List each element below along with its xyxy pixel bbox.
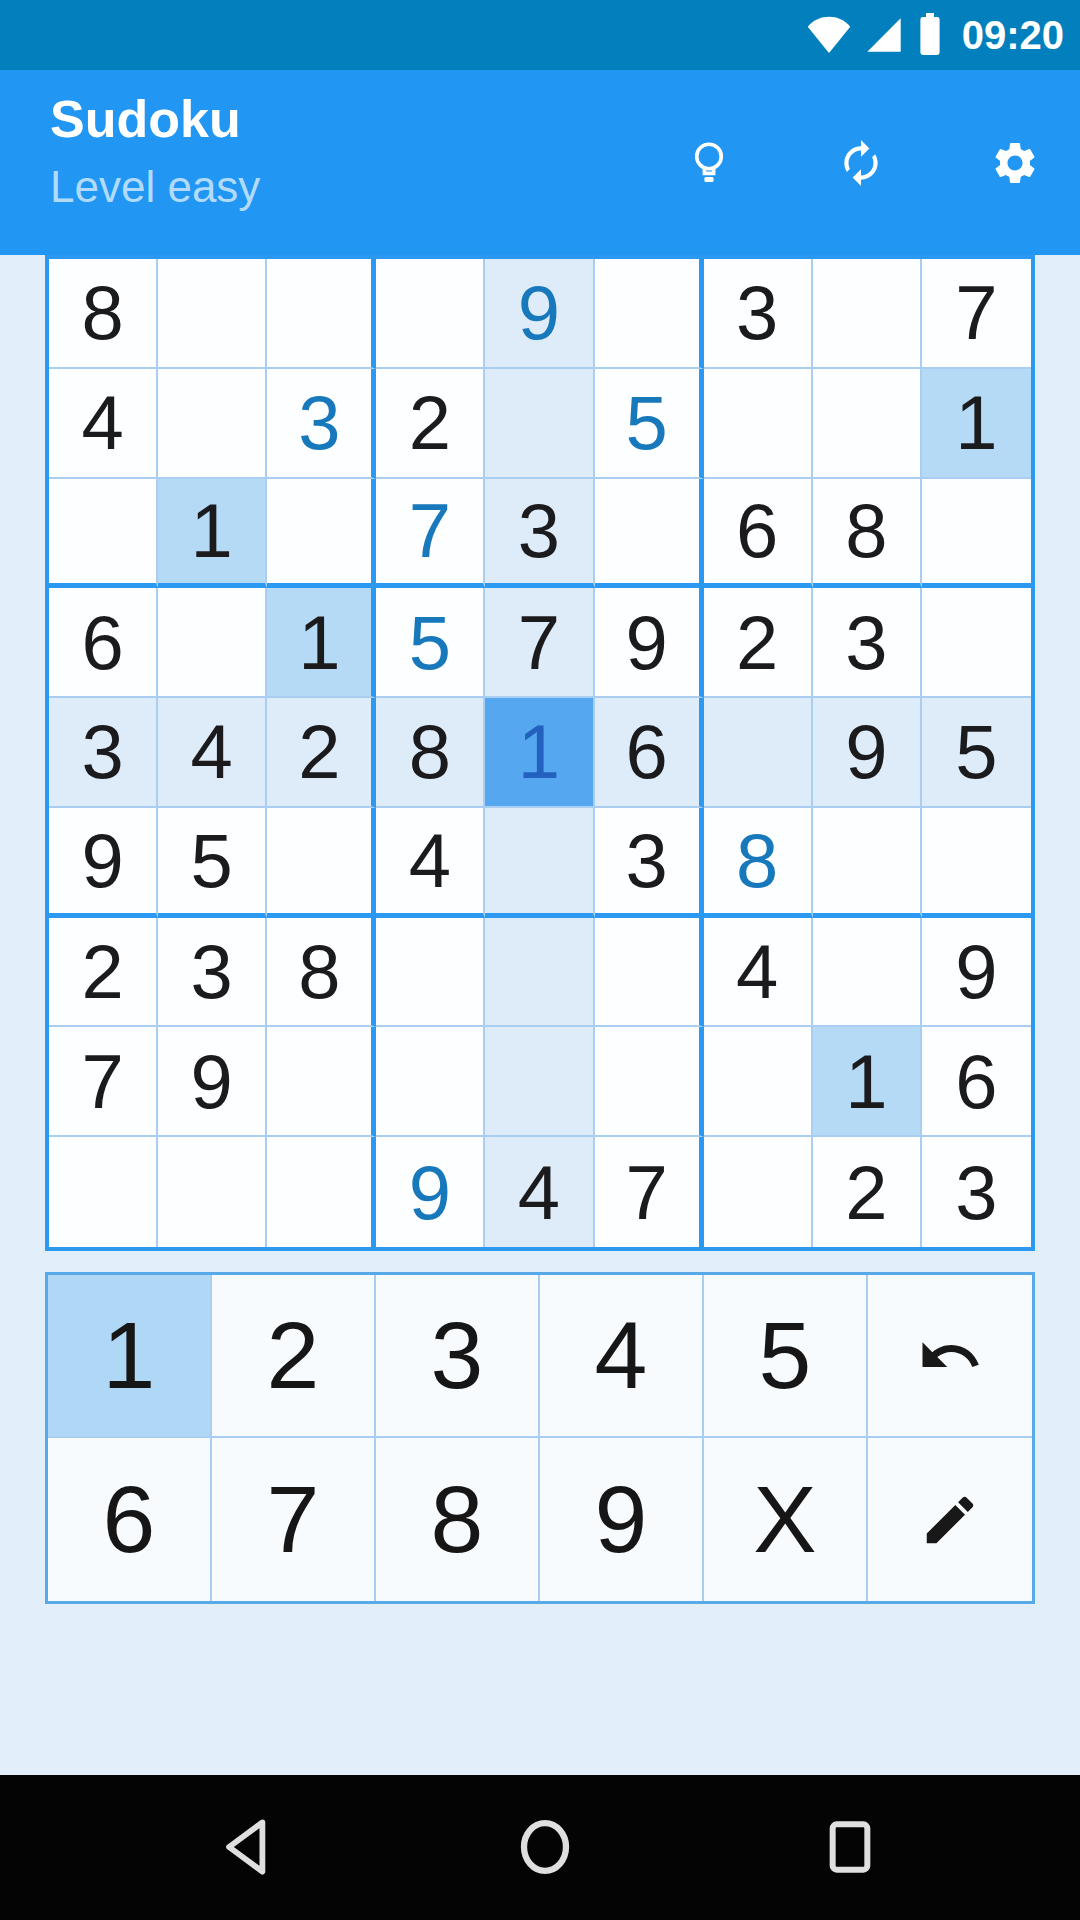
cell-r3c3[interactable] [267, 479, 376, 589]
cell-r2c3[interactable]: 3 [267, 369, 376, 479]
cell-r3c9[interactable] [922, 479, 1031, 589]
cell-r2c4[interactable]: 2 [376, 369, 485, 479]
cell-r3c7[interactable]: 6 [704, 479, 813, 589]
cell-r8c1[interactable]: 7 [49, 1027, 158, 1137]
cell-r9c5[interactable]: 4 [485, 1137, 594, 1247]
cell-r4c1[interactable]: 6 [49, 588, 158, 698]
app-bar-titles: Sudoku Level easy [50, 90, 260, 212]
numpad-6[interactable]: 6 [48, 1438, 212, 1601]
cell-r4c3[interactable]: 1 [267, 588, 376, 698]
cell-r7c8[interactable] [813, 918, 922, 1028]
cell-r1c7[interactable]: 3 [704, 259, 813, 369]
cell-r7c6[interactable] [595, 918, 704, 1028]
app-title: Sudoku [50, 90, 260, 150]
level-subtitle: Level easy [50, 162, 260, 212]
cell-r7c3[interactable]: 8 [267, 918, 376, 1028]
cell-r5c3[interactable]: 2 [267, 698, 376, 808]
cell-r4c5[interactable]: 7 [485, 588, 594, 698]
pencil-icon [919, 1489, 981, 1551]
cellular-icon [864, 15, 904, 55]
cell-r7c9[interactable]: 9 [922, 918, 1031, 1028]
clear-button[interactable]: X [704, 1438, 868, 1601]
cell-r8c9[interactable]: 6 [922, 1027, 1031, 1137]
status-bar: 09:20 [0, 0, 1080, 70]
numpad-4[interactable]: 4 [540, 1275, 704, 1438]
cell-r4c2[interactable] [158, 588, 267, 698]
numpad: 123456789X [45, 1272, 1035, 1604]
undo-button[interactable] [868, 1275, 1032, 1438]
cell-r1c4[interactable] [376, 259, 485, 369]
cell-r5c8[interactable]: 9 [813, 698, 922, 808]
lightbulb-icon [686, 137, 732, 189]
cell-r9c1[interactable] [49, 1137, 158, 1247]
recents-button[interactable] [826, 1818, 874, 1876]
app-bar-actions [686, 70, 1040, 255]
cell-r6c2[interactable]: 5 [158, 808, 267, 918]
cell-r4c4[interactable]: 5 [376, 588, 485, 698]
cell-r5c9[interactable]: 5 [922, 698, 1031, 808]
cell-r2c8[interactable] [813, 369, 922, 479]
cell-r3c6[interactable] [595, 479, 704, 589]
cell-r1c9[interactable]: 7 [922, 259, 1031, 369]
recents-icon [826, 1818, 874, 1876]
cell-r5c7[interactable] [704, 698, 813, 808]
home-button[interactable] [517, 1816, 573, 1878]
numpad-7[interactable]: 7 [212, 1438, 376, 1601]
cell-r9c4[interactable]: 9 [376, 1137, 485, 1247]
nav-bar [0, 1775, 1080, 1920]
cell-r6c8[interactable] [813, 808, 922, 918]
numpad-1[interactable]: 1 [48, 1275, 212, 1438]
cell-r2c6[interactable]: 5 [595, 369, 704, 479]
numpad-9[interactable]: 9 [540, 1438, 704, 1601]
settings-button[interactable] [990, 138, 1040, 188]
sudoku-app-screen: 09:20 Sudoku Level easy 8937432511736861… [0, 0, 1080, 1920]
cell-r6c6[interactable]: 3 [595, 808, 704, 918]
cell-r9c6[interactable]: 7 [595, 1137, 704, 1247]
cell-r2c1[interactable]: 4 [49, 369, 158, 479]
cell-r6c1[interactable]: 9 [49, 808, 158, 918]
cell-r9c7[interactable] [704, 1137, 813, 1247]
undo-icon [917, 1323, 983, 1389]
cell-r6c9[interactable] [922, 808, 1031, 918]
cell-r3c5[interactable]: 3 [485, 479, 594, 589]
gear-icon [990, 138, 1040, 188]
cell-r3c1[interactable] [49, 479, 158, 589]
cell-r8c8[interactable]: 1 [813, 1027, 922, 1137]
restart-button[interactable] [836, 138, 886, 188]
cell-r1c1[interactable]: 8 [49, 259, 158, 369]
cell-r1c5[interactable]: 9 [485, 259, 594, 369]
cell-r5c6[interactable]: 6 [595, 698, 704, 808]
cell-r8c6[interactable] [595, 1027, 704, 1137]
cell-r2c2[interactable] [158, 369, 267, 479]
cell-r7c2[interactable]: 3 [158, 918, 267, 1028]
cell-r5c5[interactable]: 1 [485, 698, 594, 808]
cell-r9c3[interactable] [267, 1137, 376, 1247]
status-time: 09:20 [962, 13, 1064, 58]
numpad-5[interactable]: 5 [704, 1275, 868, 1438]
numpad-8[interactable]: 8 [376, 1438, 540, 1601]
cell-r3c4[interactable]: 7 [376, 479, 485, 589]
cell-r6c4[interactable]: 4 [376, 808, 485, 918]
cell-r3c2[interactable]: 1 [158, 479, 267, 589]
cell-r5c2[interactable]: 4 [158, 698, 267, 808]
cell-r9c2[interactable] [158, 1137, 267, 1247]
cell-r4c9[interactable] [922, 588, 1031, 698]
back-button[interactable] [220, 1818, 270, 1876]
cell-r7c7[interactable]: 4 [704, 918, 813, 1028]
numpad-2[interactable]: 2 [212, 1275, 376, 1438]
cell-r2c5[interactable] [485, 369, 594, 479]
cell-r8c5[interactable] [485, 1027, 594, 1137]
app-bar: Sudoku Level easy [0, 70, 1080, 255]
cell-r1c8[interactable] [813, 259, 922, 369]
cell-r8c7[interactable] [704, 1027, 813, 1137]
cell-r2c9[interactable]: 1 [922, 369, 1031, 479]
cell-r7c1[interactable]: 2 [49, 918, 158, 1028]
cell-r6c3[interactable] [267, 808, 376, 918]
back-icon [220, 1818, 270, 1876]
cell-r9c8[interactable]: 2 [813, 1137, 922, 1247]
cell-r5c1[interactable]: 3 [49, 698, 158, 808]
cell-r8c3[interactable] [267, 1027, 376, 1137]
pencil-button[interactable] [868, 1438, 1032, 1601]
cell-r3c8[interactable]: 8 [813, 479, 922, 589]
cell-r8c2[interactable]: 9 [158, 1027, 267, 1137]
numpad-3[interactable]: 3 [376, 1275, 540, 1438]
sync-icon [836, 138, 886, 188]
cell-r6c7[interactable]: 8 [704, 808, 813, 918]
wifi-icon [806, 16, 852, 54]
cell-r5c4[interactable]: 8 [376, 698, 485, 808]
status-icons [806, 13, 944, 57]
cell-r2c7[interactable] [704, 369, 813, 479]
cell-r6c5[interactable] [485, 808, 594, 918]
home-icon [517, 1816, 573, 1878]
cell-r1c6[interactable] [595, 259, 704, 369]
cell-r1c3[interactable] [267, 259, 376, 369]
cell-r4c6[interactable]: 9 [595, 588, 704, 698]
cell-r7c5[interactable] [485, 918, 594, 1028]
sudoku-board: 8937432511736861579233428169595438238497… [45, 255, 1035, 1251]
cell-r8c4[interactable] [376, 1027, 485, 1137]
cell-r1c2[interactable] [158, 259, 267, 369]
cell-r9c9[interactable]: 3 [922, 1137, 1031, 1247]
cell-r4c8[interactable]: 3 [813, 588, 922, 698]
cell-r7c4[interactable] [376, 918, 485, 1028]
battery-icon [916, 13, 944, 57]
cell-r4c7[interactable]: 2 [704, 588, 813, 698]
hint-button[interactable] [686, 137, 732, 189]
